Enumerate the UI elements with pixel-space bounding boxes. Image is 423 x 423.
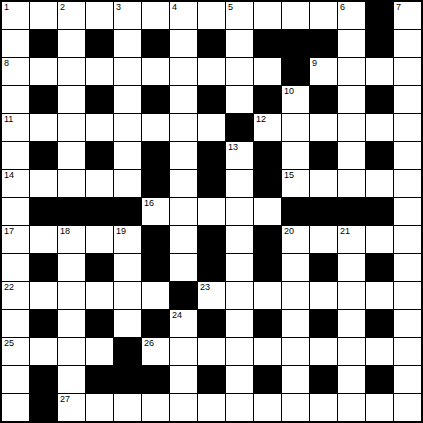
cell-r9-c6[interactable] [170,254,197,281]
black-cell-r5-c13 [366,142,393,169]
cell-r14-c6[interactable] [170,394,197,421]
black-cell-r13-c7 [198,366,225,393]
clue-number-10: 10 [284,86,294,96]
cell-r10-c1[interactable] [30,282,57,309]
cell-r13-c6[interactable] [170,366,197,393]
cell-r10-c7[interactable]: 23 [198,282,225,309]
cell-r4-c9[interactable]: 12 [254,114,281,141]
black-cell-r1-c13 [366,30,393,57]
crossword-grid: 1234567891011121314151617181920212223242… [0,0,423,423]
cell-r5-c14[interactable] [394,142,421,169]
cell-r14-c10[interactable] [282,394,309,421]
cell-r6-c1[interactable] [30,170,57,197]
cell-r10-c12[interactable] [338,282,365,309]
cell-r0-c0[interactable]: 1 [2,2,29,29]
clue-number-13: 13 [228,142,238,152]
cell-r14-c12[interactable] [338,394,365,421]
cell-r14-c0[interactable] [2,394,29,421]
cell-r10-c9[interactable] [254,282,281,309]
cell-r0-c4[interactable]: 3 [114,2,141,29]
cell-r5-c6[interactable] [170,142,197,169]
cell-r5-c12[interactable] [338,142,365,169]
cell-r8-c3[interactable] [86,226,113,253]
cell-r6-c4[interactable] [114,170,141,197]
black-cell-r7-c3 [86,198,113,225]
cell-r3-c14[interactable] [394,86,421,113]
cell-r8-c11[interactable] [310,226,337,253]
black-cell-r9-c3 [86,254,113,281]
cell-r10-c11[interactable] [310,282,337,309]
cell-r6-c14[interactable] [394,170,421,197]
cell-r3-c6[interactable] [170,86,197,113]
black-cell-r13-c11 [310,366,337,393]
cell-r14-c4[interactable] [114,394,141,421]
cell-r9-c8[interactable] [226,254,253,281]
cell-r1-c14[interactable] [394,30,421,57]
cell-r2-c6[interactable] [170,58,197,85]
cell-r9-c0[interactable] [2,254,29,281]
cell-r14-c9[interactable] [254,394,281,421]
cell-r7-c9[interactable] [254,198,281,225]
cell-r13-c2[interactable] [58,366,85,393]
cell-r10-c10[interactable] [282,282,309,309]
cell-r12-c3[interactable] [86,338,113,365]
cell-r0-c5[interactable] [142,2,169,29]
cell-r7-c14[interactable] [394,198,421,225]
cell-r0-c2[interactable]: 2 [58,2,85,29]
clue-number-19: 19 [116,226,126,236]
black-cell-r12-c4 [114,338,141,365]
clue-number-22: 22 [4,282,14,292]
black-cell-r8-c5 [142,226,169,253]
cell-r11-c2[interactable] [58,310,85,337]
cell-r2-c13[interactable] [366,58,393,85]
cell-r12-c6[interactable] [170,338,197,365]
crossword-page: 1234567891011121314151617181920212223242… [0,0,423,423]
cell-r8-c13[interactable] [366,226,393,253]
cell-r12-c13[interactable] [366,338,393,365]
cell-r2-c8[interactable] [226,58,253,85]
cell-r12-c11[interactable] [310,338,337,365]
clue-number-14: 14 [4,170,14,180]
cell-r4-c3[interactable] [86,114,113,141]
clue-number-11: 11 [4,114,13,124]
cell-r8-c10[interactable]: 20 [282,226,309,253]
clue-number-26: 26 [144,338,154,348]
cell-r11-c14[interactable] [394,310,421,337]
black-cell-r3-c9 [254,86,281,113]
black-cell-r7-c11 [310,198,337,225]
cell-r4-c0[interactable]: 11 [2,114,29,141]
cell-r4-c12[interactable] [338,114,365,141]
black-cell-r11-c3 [86,310,113,337]
clue-number-23: 23 [200,282,210,292]
black-cell-r5-c3 [86,142,113,169]
cell-r5-c10[interactable] [282,142,309,169]
cell-r9-c10[interactable] [282,254,309,281]
black-cell-r3-c5 [142,86,169,113]
black-cell-r6-c7 [198,170,225,197]
clue-number-8: 8 [4,58,9,68]
cell-r14-c8[interactable] [226,394,253,421]
black-cell-r1-c5 [142,30,169,57]
cell-r12-c1[interactable] [30,338,57,365]
cell-r11-c0[interactable] [2,310,29,337]
cell-r8-c4[interactable]: 19 [114,226,141,253]
black-cell-r13-c1 [30,366,57,393]
cell-r1-c6[interactable] [170,30,197,57]
cell-r10-c4[interactable] [114,282,141,309]
cell-r5-c8[interactable]: 13 [226,142,253,169]
black-cell-r13-c9 [254,366,281,393]
cell-r8-c14[interactable] [394,226,421,253]
cell-r2-c4[interactable] [114,58,141,85]
cell-r14-c11[interactable] [310,394,337,421]
clue-number-3: 3 [116,2,121,12]
cell-r1-c2[interactable] [58,30,85,57]
cell-r4-c5[interactable] [142,114,169,141]
clue-number-27: 27 [60,394,70,404]
black-cell-r9-c9 [254,254,281,281]
black-cell-r1-c9 [254,30,281,57]
black-cell-r9-c13 [366,254,393,281]
black-cell-r7-c10 [282,198,309,225]
cell-r4-c4[interactable] [114,114,141,141]
black-cell-r5-c7 [198,142,225,169]
cell-r2-c9[interactable] [254,58,281,85]
cell-r6-c8[interactable] [226,170,253,197]
cell-r3-c4[interactable] [114,86,141,113]
black-cell-r9-c7 [198,254,225,281]
cell-r14-c3[interactable] [86,394,113,421]
cell-r0-c14[interactable]: 7 [394,2,421,29]
black-cell-r7-c2 [58,198,85,225]
clue-number-5: 5 [228,2,233,12]
cell-r5-c0[interactable] [2,142,29,169]
cell-r3-c8[interactable] [226,86,253,113]
clue-number-20: 20 [284,226,294,236]
clue-number-1: 1 [4,2,9,12]
clue-number-4: 4 [172,2,177,12]
cell-r2-c14[interactable] [394,58,421,85]
black-cell-r4-c8 [226,114,253,141]
black-cell-r13-c3 [86,366,113,393]
cell-r10-c3[interactable] [86,282,113,309]
cell-r5-c2[interactable] [58,142,85,169]
cell-r14-c2[interactable]: 27 [58,394,85,421]
cell-r10-c13[interactable] [366,282,393,309]
cell-r2-c12[interactable] [338,58,365,85]
cell-r14-c5[interactable] [142,394,169,421]
cell-r11-c12[interactable] [338,310,365,337]
cell-r7-c0[interactable] [2,198,29,225]
clue-number-24: 24 [172,310,182,320]
cell-r4-c7[interactable] [198,114,225,141]
cell-r0-c12[interactable]: 6 [338,2,365,29]
cell-r7-c6[interactable] [170,198,197,225]
cell-r7-c8[interactable] [226,198,253,225]
clue-number-2: 2 [60,2,65,12]
clue-number-21: 21 [340,226,350,236]
black-cell-r13-c4 [114,366,141,393]
cell-r9-c2[interactable] [58,254,85,281]
black-cell-r9-c11 [310,254,337,281]
cell-r8-c2[interactable]: 18 [58,226,85,253]
black-cell-r3-c3 [86,86,113,113]
cell-r10-c8[interactable] [226,282,253,309]
black-cell-r8-c7 [198,226,225,253]
cell-r12-c2[interactable] [58,338,85,365]
cell-r9-c14[interactable] [394,254,421,281]
black-cell-r1-c7 [198,30,225,57]
black-cell-r2-c10 [282,58,309,85]
cell-r14-c14[interactable] [394,394,421,421]
cell-r0-c7[interactable] [198,2,225,29]
cell-r4-c1[interactable] [30,114,57,141]
black-cell-r10-c6 [170,282,197,309]
cell-r14-c13[interactable] [366,394,393,421]
cell-r10-c5[interactable] [142,282,169,309]
cell-r0-c3[interactable] [86,2,113,29]
black-cell-r1-c10 [282,30,309,57]
cell-r1-c8[interactable] [226,30,253,57]
black-cell-r0-c13 [366,2,393,29]
cell-r4-c14[interactable] [394,114,421,141]
cell-r8-c6[interactable] [170,226,197,253]
cell-r0-c9[interactable] [254,2,281,29]
cell-r3-c2[interactable] [58,86,85,113]
cell-r10-c0[interactable]: 22 [2,282,29,309]
cell-r6-c13[interactable] [366,170,393,197]
cell-r6-c0[interactable]: 14 [2,170,29,197]
black-cell-r3-c7 [198,86,225,113]
black-cell-r7-c13 [366,198,393,225]
black-cell-r7-c12 [338,198,365,225]
black-cell-r1-c1 [30,30,57,57]
cell-r12-c7[interactable] [198,338,225,365]
cell-r8-c1[interactable] [30,226,57,253]
cell-r6-c10[interactable]: 15 [282,170,309,197]
cell-r8-c0[interactable]: 17 [2,226,29,253]
cell-r1-c4[interactable] [114,30,141,57]
cell-r4-c2[interactable] [58,114,85,141]
cell-r12-c9[interactable] [254,338,281,365]
cell-r12-c14[interactable] [394,338,421,365]
cell-r5-c4[interactable] [114,142,141,169]
clue-number-17: 17 [4,226,14,236]
cell-r12-c5[interactable]: 26 [142,338,169,365]
cell-r2-c0[interactable]: 8 [2,58,29,85]
black-cell-r7-c4 [114,198,141,225]
cell-r2-c2[interactable] [58,58,85,85]
black-cell-r3-c13 [366,86,393,113]
cell-r2-c7[interactable] [198,58,225,85]
black-cell-r11-c11 [310,310,337,337]
cell-r11-c10[interactable] [282,310,309,337]
clue-number-18: 18 [60,226,70,236]
cell-r14-c7[interactable] [198,394,225,421]
black-cell-r5-c1 [30,142,57,169]
black-cell-r13-c5 [142,366,169,393]
black-cell-r3-c11 [310,86,337,113]
cell-r6-c3[interactable] [86,170,113,197]
cell-r3-c12[interactable] [338,86,365,113]
cell-r2-c3[interactable] [86,58,113,85]
black-cell-r11-c13 [366,310,393,337]
cell-r8-c12[interactable]: 21 [338,226,365,253]
cell-r13-c14[interactable] [394,366,421,393]
clue-number-9: 9 [312,58,317,68]
cell-r10-c2[interactable] [58,282,85,309]
cell-r9-c12[interactable] [338,254,365,281]
black-cell-r5-c9 [254,142,281,169]
black-cell-r8-c9 [254,226,281,253]
black-cell-r7-c1 [30,198,57,225]
cell-r11-c6[interactable]: 24 [170,310,197,337]
black-cell-r1-c3 [86,30,113,57]
cell-r12-c0[interactable]: 25 [2,338,29,365]
black-cell-r11-c9 [254,310,281,337]
black-cell-r11-c7 [198,310,225,337]
cell-r13-c0[interactable] [2,366,29,393]
cell-r0-c1[interactable] [30,2,57,29]
clue-number-12: 12 [256,114,266,124]
clue-number-16: 16 [144,198,154,208]
cell-r12-c8[interactable] [226,338,253,365]
cell-r3-c0[interactable] [2,86,29,113]
cell-r0-c6[interactable]: 4 [170,2,197,29]
cell-r6-c2[interactable] [58,170,85,197]
black-cell-r5-c5 [142,142,169,169]
clue-number-6: 6 [340,2,345,12]
cell-r1-c12[interactable] [338,30,365,57]
black-cell-r9-c5 [142,254,169,281]
cell-r1-c0[interactable] [2,30,29,57]
black-cell-r9-c1 [30,254,57,281]
cell-r4-c6[interactable] [170,114,197,141]
black-cell-r3-c1 [30,86,57,113]
cell-r4-c13[interactable] [366,114,393,141]
clue-number-15: 15 [284,170,294,180]
cell-r6-c11[interactable] [310,170,337,197]
cell-r2-c11[interactable]: 9 [310,58,337,85]
black-cell-r11-c5 [142,310,169,337]
cell-r10-c14[interactable] [394,282,421,309]
clue-number-25: 25 [4,338,14,348]
cell-r2-c5[interactable] [142,58,169,85]
cell-r0-c11[interactable] [310,2,337,29]
cell-r13-c10[interactable] [282,366,309,393]
cell-r7-c5[interactable]: 16 [142,198,169,225]
cell-r8-c8[interactable] [226,226,253,253]
cell-r9-c4[interactable] [114,254,141,281]
cell-r3-c10[interactable]: 10 [282,86,309,113]
black-cell-r1-c11 [310,30,337,57]
clue-number-7: 7 [396,2,401,12]
black-cell-r5-c11 [310,142,337,169]
cell-r11-c4[interactable] [114,310,141,337]
cell-r0-c10[interactable] [282,2,309,29]
cell-r2-c1[interactable] [30,58,57,85]
black-cell-r13-c13 [366,366,393,393]
cell-r13-c8[interactable] [226,366,253,393]
black-cell-r14-c1 [30,394,57,421]
cell-r7-c7[interactable] [198,198,225,225]
black-cell-r6-c9 [254,170,281,197]
black-cell-r11-c1 [30,310,57,337]
black-cell-r6-c5 [142,170,169,197]
cell-r12-c12[interactable] [338,338,365,365]
cell-r13-c12[interactable] [338,366,365,393]
cell-r11-c8[interactable] [226,310,253,337]
cell-r6-c6[interactable] [170,170,197,197]
cell-r6-c12[interactable] [338,170,365,197]
cell-r4-c11[interactable] [310,114,337,141]
cell-r12-c10[interactable] [282,338,309,365]
cell-r0-c8[interactable]: 5 [226,2,253,29]
cell-r4-c10[interactable] [282,114,309,141]
